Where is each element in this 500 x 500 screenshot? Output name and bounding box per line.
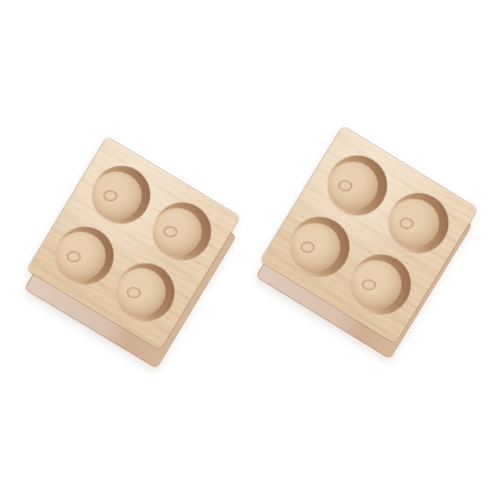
right-block-pit-r0c1[interactable]	[378, 182, 459, 263]
egg-dome	[144, 199, 211, 266]
block-left-top-face	[27, 137, 240, 350]
left-block-pit-r0c1[interactable]	[142, 192, 222, 272]
block-right-top-face	[260, 126, 477, 343]
right-block-pit-r0c0[interactable]	[316, 145, 397, 226]
emboss-stamp-icon	[338, 180, 353, 192]
egg-dome	[280, 213, 348, 282]
left-block-pit-r1c0[interactable]	[45, 216, 125, 296]
emboss-stamp-icon	[103, 190, 118, 202]
egg-dome	[342, 251, 410, 320]
product-photo-canvas	[0, 0, 500, 500]
left-block-pit-r0c0[interactable]	[82, 155, 162, 235]
wood-block-right	[260, 126, 477, 343]
emboss-stamp-icon	[362, 279, 377, 291]
egg-dome	[107, 259, 174, 326]
emboss-stamp-icon	[399, 218, 414, 230]
emboss-stamp-icon	[163, 227, 178, 239]
left-block-pit-r1c1[interactable]	[106, 252, 186, 332]
emboss-stamp-icon	[127, 287, 142, 299]
right-block-pit-r1c0[interactable]	[279, 206, 360, 287]
egg-dome	[83, 162, 150, 229]
wood-block-left	[27, 137, 240, 350]
right-block-pit-r1c1[interactable]	[340, 244, 421, 325]
egg-dome	[318, 152, 386, 221]
emboss-stamp-icon	[301, 242, 316, 254]
emboss-stamp-icon	[66, 251, 81, 263]
egg-dome	[379, 190, 447, 259]
egg-dome	[47, 223, 114, 290]
